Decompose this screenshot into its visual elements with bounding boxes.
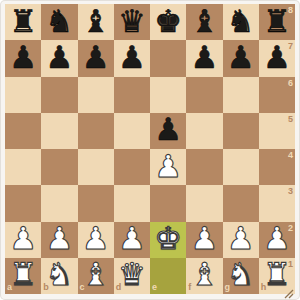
square-g2[interactable]: ♟ — [223, 222, 259, 258]
square-d4[interactable] — [114, 149, 150, 185]
piece-black-pawn[interactable]: ♟ — [9, 42, 37, 73]
piece-white-pawn[interactable]: ♟ — [263, 223, 291, 254]
square-f2[interactable]: ♟ — [186, 222, 222, 258]
square-a3[interactable] — [5, 185, 41, 221]
square-b2[interactable]: ♟ — [41, 222, 77, 258]
square-f7[interactable]: ♟ — [186, 40, 222, 76]
square-f8[interactable]: ♝ — [186, 4, 222, 40]
square-h6[interactable]: 6 — [259, 77, 295, 113]
square-d3[interactable] — [114, 185, 150, 221]
piece-black-pawn[interactable]: ♟ — [45, 42, 73, 73]
square-e5[interactable]: ♟ — [150, 113, 186, 149]
piece-black-pawn[interactable]: ♟ — [82, 42, 110, 73]
square-f6[interactable] — [186, 77, 222, 113]
square-c8[interactable]: ♝ — [78, 4, 114, 40]
square-f3[interactable] — [186, 185, 222, 221]
square-d8[interactable]: ♛ — [114, 4, 150, 40]
piece-black-pawn[interactable]: ♟ — [190, 42, 218, 73]
piece-white-pawn[interactable]: ♟ — [118, 223, 146, 254]
square-d6[interactable] — [114, 77, 150, 113]
square-b7[interactable]: ♟ — [41, 40, 77, 76]
rank-label-3: 3 — [288, 187, 293, 196]
resize-handle[interactable] — [284, 285, 294, 295]
square-a8[interactable]: ♜ — [5, 4, 41, 40]
piece-white-pawn[interactable]: ♟ — [227, 223, 255, 254]
square-b8[interactable]: ♞ — [41, 4, 77, 40]
piece-white-king[interactable]: ♚ — [154, 223, 182, 254]
piece-black-bishop[interactable]: ♝ — [190, 6, 218, 37]
square-g3[interactable] — [223, 185, 259, 221]
rank-label-6: 6 — [288, 79, 293, 88]
piece-black-queen[interactable]: ♛ — [118, 6, 146, 37]
square-h8[interactable]: 8♜ — [259, 4, 295, 40]
square-a1[interactable]: a♜ — [5, 258, 41, 294]
piece-white-pawn[interactable]: ♟ — [190, 223, 218, 254]
piece-black-pawn[interactable]: ♟ — [154, 114, 182, 145]
square-a7[interactable]: ♟ — [5, 40, 41, 76]
square-e3[interactable] — [150, 185, 186, 221]
square-g5[interactable] — [223, 113, 259, 149]
piece-black-bishop[interactable]: ♝ — [82, 6, 110, 37]
piece-white-knight[interactable]: ♞ — [227, 259, 255, 290]
board-frame: ♜♞♝♛♚♝♞8♜♟♟♟♟♟♟7♟6♟5♟43♟♟♟♟♚♟♟2♟a♜b♞c♝d♛… — [0, 0, 300, 300]
square-c1[interactable]: c♝ — [78, 258, 114, 294]
piece-white-pawn[interactable]: ♟ — [82, 223, 110, 254]
square-b5[interactable] — [41, 113, 77, 149]
square-b3[interactable] — [41, 185, 77, 221]
square-a5[interactable] — [5, 113, 41, 149]
piece-white-pawn[interactable]: ♟ — [45, 223, 73, 254]
piece-white-bishop[interactable]: ♝ — [190, 259, 218, 290]
piece-white-rook[interactable]: ♜ — [9, 259, 37, 290]
square-a4[interactable] — [5, 149, 41, 185]
square-e2[interactable]: ♚ — [150, 222, 186, 258]
square-f5[interactable] — [186, 113, 222, 149]
square-g1[interactable]: g♞ — [223, 258, 259, 294]
square-c3[interactable] — [78, 185, 114, 221]
square-h5[interactable]: 5 — [259, 113, 295, 149]
square-d7[interactable]: ♟ — [114, 40, 150, 76]
piece-black-pawn[interactable]: ♟ — [118, 42, 146, 73]
piece-black-rook[interactable]: ♜ — [263, 6, 291, 37]
piece-black-knight[interactable]: ♞ — [227, 6, 255, 37]
square-c7[interactable]: ♟ — [78, 40, 114, 76]
rank-label-4: 4 — [288, 151, 293, 160]
square-d1[interactable]: d♛ — [114, 258, 150, 294]
piece-white-bishop[interactable]: ♝ — [82, 259, 110, 290]
square-b1[interactable]: b♞ — [41, 258, 77, 294]
square-h4[interactable]: 4 — [259, 149, 295, 185]
square-g7[interactable]: ♟ — [223, 40, 259, 76]
square-a6[interactable] — [5, 77, 41, 113]
square-e8[interactable]: ♚ — [150, 4, 186, 40]
square-h7[interactable]: 7♟ — [259, 40, 295, 76]
square-a2[interactable]: ♟ — [5, 222, 41, 258]
square-c6[interactable] — [78, 77, 114, 113]
square-g4[interactable] — [223, 149, 259, 185]
square-d2[interactable]: ♟ — [114, 222, 150, 258]
square-b6[interactable] — [41, 77, 77, 113]
rank-label-5: 5 — [288, 115, 293, 124]
piece-white-queen[interactable]: ♛ — [118, 259, 146, 290]
square-f4[interactable] — [186, 149, 222, 185]
square-c5[interactable] — [78, 113, 114, 149]
square-h3[interactable]: 3 — [259, 185, 295, 221]
piece-black-rook[interactable]: ♜ — [9, 6, 37, 37]
file-label-e: e — [152, 283, 157, 292]
square-e4[interactable]: ♟ — [150, 149, 186, 185]
chess-board: ♜♞♝♛♚♝♞8♜♟♟♟♟♟♟7♟6♟5♟43♟♟♟♟♚♟♟2♟a♜b♞c♝d♛… — [5, 4, 295, 294]
square-b4[interactable] — [41, 149, 77, 185]
square-e7[interactable] — [150, 40, 186, 76]
piece-black-pawn[interactable]: ♟ — [227, 42, 255, 73]
piece-black-pawn[interactable]: ♟ — [263, 42, 291, 73]
square-g8[interactable]: ♞ — [223, 4, 259, 40]
resize-grip-icon — [284, 289, 294, 299]
square-d5[interactable] — [114, 113, 150, 149]
square-e6[interactable] — [150, 77, 186, 113]
square-c4[interactable] — [78, 149, 114, 185]
square-f1[interactable]: f♝ — [186, 258, 222, 294]
square-c2[interactable]: ♟ — [78, 222, 114, 258]
piece-black-knight[interactable]: ♞ — [45, 6, 73, 37]
square-h2[interactable]: 2♟ — [259, 222, 295, 258]
piece-white-pawn[interactable]: ♟ — [154, 151, 182, 182]
piece-black-king[interactable]: ♚ — [154, 6, 182, 37]
piece-white-pawn[interactable]: ♟ — [9, 223, 37, 254]
piece-white-knight[interactable]: ♞ — [45, 259, 73, 290]
square-g6[interactable] — [223, 77, 259, 113]
square-e1[interactable]: e — [150, 258, 186, 294]
